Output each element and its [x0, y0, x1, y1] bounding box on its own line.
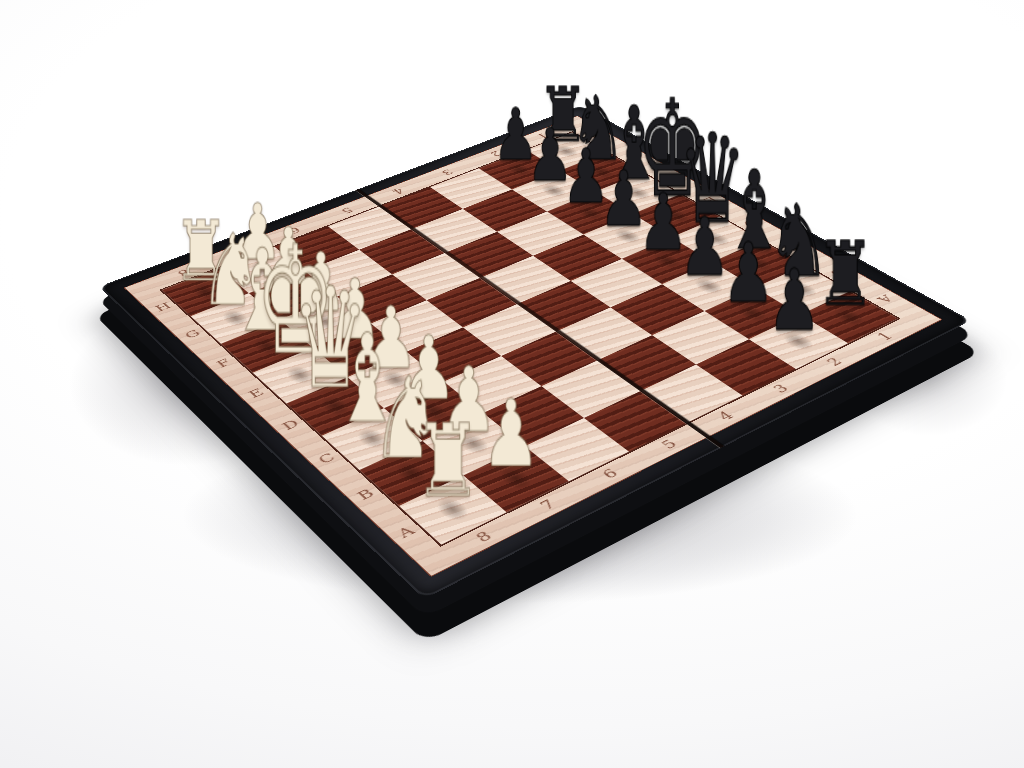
piece-white-rook: ♜ [413, 411, 481, 511]
board-frame: HGFEDCBA HGFEDCBA 12345678 12345678 ♜♞♝♚… [99, 105, 971, 599]
piece-black-pawn: ♟ [767, 259, 821, 344]
board-stage: HGFEDCBA HGFEDCBA 12345678 12345678 ♜♞♝♚… [0, 0, 1024, 768]
piece-black-rook: ♜ [815, 230, 875, 318]
chess-board: HGFEDCBA HGFEDCBA 12345678 12345678 ♜♞♝♚… [99, 105, 971, 599]
photo-scene: HGFEDCBA HGFEDCBA 12345678 12345678 ♜♞♝♚… [0, 0, 1024, 768]
piece-white-pawn: ♟ [481, 388, 540, 481]
piece-black-pawn: ♟ [722, 232, 774, 314]
board-wood-margin: HGFEDCBA HGFEDCBA 12345678 12345678 ♜♞♝♚… [124, 116, 943, 577]
